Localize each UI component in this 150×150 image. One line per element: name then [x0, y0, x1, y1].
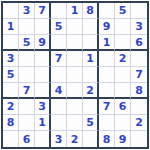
cell-r5c6[interactable] — [83, 67, 99, 83]
cell-r8c5[interactable] — [67, 115, 83, 131]
cell-r7c1[interactable]: 2 — [3, 99, 19, 115]
cell-r8c9[interactable]: 2 — [131, 115, 147, 131]
sudoku-board: 371851593591637125774282376815263289 — [1, 1, 149, 149]
cell-r5c4[interactable] — [51, 67, 67, 83]
cell-r5c1[interactable]: 5 — [3, 67, 19, 83]
cell-r6c8[interactable] — [115, 83, 131, 99]
cell-r3c9[interactable]: 6 — [131, 35, 147, 51]
cell-r6c2[interactable]: 7 — [19, 83, 35, 99]
cell-r4c4[interactable]: 7 — [51, 51, 67, 67]
cell-r6c9[interactable]: 8 — [131, 83, 147, 99]
cell-r2c9[interactable]: 3 — [131, 19, 147, 35]
cell-r2c2[interactable] — [19, 19, 35, 35]
cell-r5c8[interactable] — [115, 67, 131, 83]
cell-r4c7[interactable] — [99, 51, 115, 67]
cell-r5c9[interactable]: 7 — [131, 67, 147, 83]
cell-r9c9[interactable] — [131, 131, 147, 147]
cell-r2c7[interactable]: 9 — [99, 19, 115, 35]
cell-r2c5[interactable] — [67, 19, 83, 35]
cell-r7c2[interactable] — [19, 99, 35, 115]
cell-r4c1[interactable]: 3 — [3, 51, 19, 67]
cell-r8c7[interactable] — [99, 115, 115, 131]
cell-r7c6[interactable] — [83, 99, 99, 115]
cell-r8c6[interactable]: 5 — [83, 115, 99, 131]
cell-r3c4[interactable] — [51, 35, 67, 51]
cell-r2c8[interactable] — [115, 19, 131, 35]
cell-r9c3[interactable] — [35, 131, 51, 147]
cell-r7c4[interactable] — [51, 99, 67, 115]
cell-r5c7[interactable] — [99, 67, 115, 83]
cell-r4c6[interactable]: 1 — [83, 51, 99, 67]
cell-r1c4[interactable] — [51, 3, 67, 19]
cell-r2c1[interactable]: 1 — [3, 19, 19, 35]
cell-r6c4[interactable]: 4 — [51, 83, 67, 99]
cell-r5c2[interactable] — [19, 67, 35, 83]
cell-r8c2[interactable] — [19, 115, 35, 131]
cell-r5c5[interactable] — [67, 67, 83, 83]
cell-r6c7[interactable] — [99, 83, 115, 99]
cell-r3c6[interactable] — [83, 35, 99, 51]
cell-r1c2[interactable]: 3 — [19, 3, 35, 19]
cell-r6c1[interactable] — [3, 83, 19, 99]
cell-r2c4[interactable]: 5 — [51, 19, 67, 35]
cell-r7c5[interactable] — [67, 99, 83, 115]
cell-r7c7[interactable]: 7 — [99, 99, 115, 115]
cell-r9c1[interactable] — [3, 131, 19, 147]
cell-r1c9[interactable] — [131, 3, 147, 19]
cell-r7c3[interactable]: 3 — [35, 99, 51, 115]
cell-r9c8[interactable]: 9 — [115, 131, 131, 147]
cell-r9c2[interactable]: 6 — [19, 131, 35, 147]
cell-r7c8[interactable]: 6 — [115, 99, 131, 115]
cell-r6c5[interactable] — [67, 83, 83, 99]
cell-r1c5[interactable]: 1 — [67, 3, 83, 19]
cell-r9c4[interactable]: 3 — [51, 131, 67, 147]
cell-r8c1[interactable]: 8 — [3, 115, 19, 131]
cell-r1c8[interactable]: 5 — [115, 3, 131, 19]
cell-r4c9[interactable] — [131, 51, 147, 67]
cell-r3c8[interactable] — [115, 35, 131, 51]
cell-r2c6[interactable] — [83, 19, 99, 35]
cell-r8c4[interactable] — [51, 115, 67, 131]
cell-r1c3[interactable]: 7 — [35, 3, 51, 19]
cell-r4c2[interactable] — [19, 51, 35, 67]
cell-r1c7[interactable] — [99, 3, 115, 19]
cell-r4c8[interactable]: 2 — [115, 51, 131, 67]
cell-r5c3[interactable] — [35, 67, 51, 83]
cell-r9c7[interactable]: 8 — [99, 131, 115, 147]
cell-r4c5[interactable] — [67, 51, 83, 67]
cell-r2c3[interactable] — [35, 19, 51, 35]
cell-r9c5[interactable]: 2 — [67, 131, 83, 147]
cell-r3c7[interactable]: 1 — [99, 35, 115, 51]
cell-r3c5[interactable] — [67, 35, 83, 51]
cell-r6c3[interactable] — [35, 83, 51, 99]
cell-r1c6[interactable]: 8 — [83, 3, 99, 19]
cell-r3c1[interactable] — [3, 35, 19, 51]
cell-r7c9[interactable] — [131, 99, 147, 115]
cell-r8c3[interactable]: 1 — [35, 115, 51, 131]
cell-r3c3[interactable]: 9 — [35, 35, 51, 51]
cell-r6c6[interactable]: 2 — [83, 83, 99, 99]
cell-r3c2[interactable]: 5 — [19, 35, 35, 51]
cell-r4c3[interactable] — [35, 51, 51, 67]
cell-r1c1[interactable] — [3, 3, 19, 19]
cell-r8c8[interactable] — [115, 115, 131, 131]
cell-r9c6[interactable] — [83, 131, 99, 147]
sudoku-page: 371851593591637125774282376815263289 — [0, 0, 150, 150]
